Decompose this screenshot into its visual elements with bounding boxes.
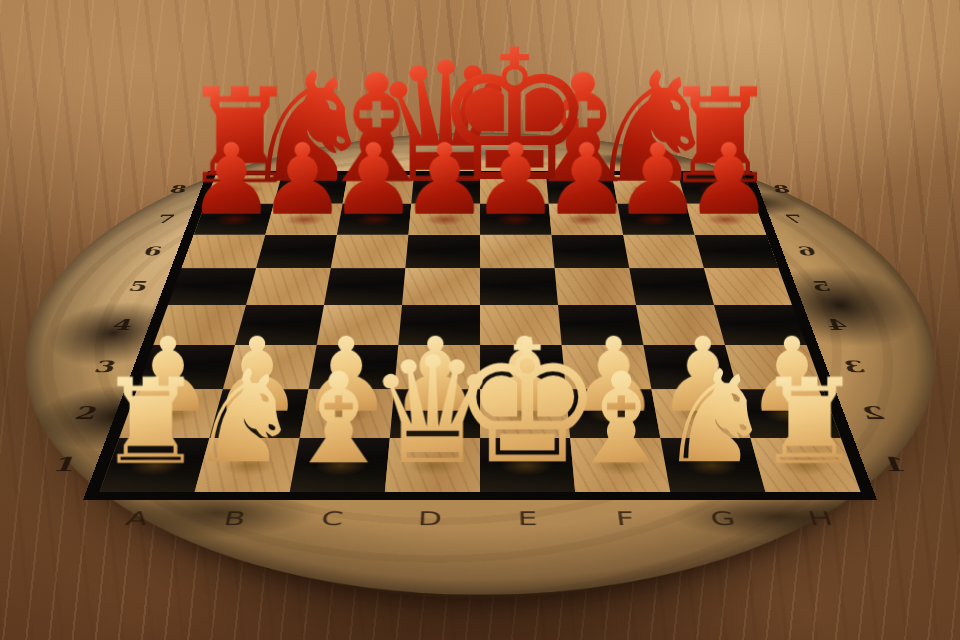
board-plane: ♜♞♝♛♚♝♞♜♟♟♟♟♟♟♟♟♟♟♟♟♟♟♟♟♜♞♝♛♚♝♞♜ 8765432… <box>0 120 960 631</box>
square-b5[interactable] <box>246 268 331 305</box>
file-label-g: G <box>672 503 778 539</box>
file-labels: ABCDEFGH <box>82 503 877 539</box>
square-c5[interactable] <box>324 268 405 305</box>
square-d5[interactable] <box>402 268 480 305</box>
file-label-e: E <box>480 503 579 539</box>
piece-white-knight[interactable]: ♞ <box>187 354 302 482</box>
square-e5[interactable] <box>480 268 558 305</box>
file-label-d: D <box>381 503 480 539</box>
file-label-b: B <box>182 503 288 539</box>
file-label-f: F <box>576 503 679 539</box>
piece-white-knight[interactable]: ♞ <box>658 354 773 482</box>
square-g5[interactable] <box>629 268 714 305</box>
piece-white-king[interactable]: ♚ <box>451 318 604 488</box>
square-f5[interactable] <box>555 268 636 305</box>
scene: ♜♞♝♛♚♝♞♜♟♟♟♟♟♟♟♟♟♟♟♟♟♟♟♟♜♞♝♛♚♝♞♜ 8765432… <box>0 0 960 640</box>
file-label-a: A <box>82 503 191 539</box>
file-label-h: H <box>768 503 877 539</box>
square-b1[interactable]: ♞ <box>195 438 300 492</box>
file-label-c: C <box>281 503 384 539</box>
photo-stage: ♜♞♝♛♚♝♞♜♟♟♟♟♟♟♟♟♟♟♟♟♟♟♟♟♜♞♝♛♚♝♞♜ 8765432… <box>0 0 960 640</box>
square-g1[interactable]: ♞ <box>660 438 765 492</box>
square-e1[interactable]: ♚ <box>480 438 575 492</box>
